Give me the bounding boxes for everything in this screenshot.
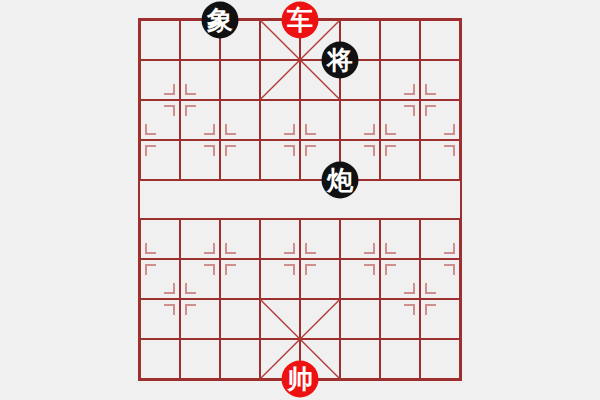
point-marker-icon [145, 145, 156, 156]
point-marker-icon [185, 105, 196, 116]
point-marker-icon [225, 124, 236, 135]
black-elephant-piece[interactable]: 象 [202, 2, 239, 39]
point-marker-icon [225, 145, 236, 156]
board-cell [140, 180, 180, 220]
point-marker-icon [385, 243, 396, 254]
point-marker-icon [225, 264, 236, 275]
point-marker-icon [385, 124, 396, 135]
point-marker-icon [145, 124, 156, 135]
point-marker-icon [145, 264, 156, 275]
red-chariot-glyph: 车 [287, 2, 313, 39]
point-marker-icon [364, 124, 375, 135]
point-marker-icon [305, 124, 316, 135]
board-cell [260, 299, 300, 339]
point-marker-icon [164, 283, 175, 294]
board-cell [340, 299, 380, 339]
point-marker-icon [305, 243, 316, 254]
point-marker-icon [185, 283, 196, 294]
point-marker-icon [364, 243, 375, 254]
point-marker-icon [204, 145, 215, 156]
red-general-piece[interactable]: 帅 [282, 361, 319, 398]
point-marker-icon [164, 84, 175, 95]
board-cell [220, 299, 260, 339]
board-cell [340, 339, 380, 379]
point-marker-icon [385, 145, 396, 156]
point-marker-icon [185, 304, 196, 315]
board-cell [180, 180, 220, 220]
point-marker-icon [364, 264, 375, 275]
black-cannon-glyph: 炮 [327, 161, 353, 198]
point-marker-icon [444, 264, 455, 275]
point-marker-icon [284, 145, 295, 156]
point-marker-icon [425, 105, 436, 116]
board-cell [180, 339, 220, 379]
board-cell [220, 339, 260, 379]
point-marker-icon [164, 105, 175, 116]
point-marker-icon [185, 84, 196, 95]
point-marker-icon [225, 243, 236, 254]
point-marker-icon [404, 283, 415, 294]
point-marker-icon [204, 243, 215, 254]
xiangqi-board [138, 18, 462, 381]
point-marker-icon [425, 84, 436, 95]
point-marker-icon [145, 243, 156, 254]
black-elephant-glyph: 象 [207, 2, 233, 39]
point-marker-icon [364, 145, 375, 156]
point-marker-icon [284, 243, 295, 254]
point-marker-icon [425, 283, 436, 294]
point-marker-icon [444, 145, 455, 156]
board-cell [380, 339, 420, 379]
board-cell [220, 60, 260, 100]
board-cell [420, 20, 460, 60]
point-marker-icon [284, 124, 295, 135]
board-cell [420, 180, 460, 220]
black-cannon-piece[interactable]: 炮 [322, 161, 359, 198]
red-chariot-piece[interactable]: 车 [282, 2, 319, 39]
red-general-glyph: 帅 [287, 361, 313, 398]
point-marker-icon [164, 304, 175, 315]
point-marker-icon [305, 145, 316, 156]
point-marker-icon [404, 304, 415, 315]
board-cell [420, 339, 460, 379]
board-cell [260, 60, 300, 100]
board-cell [140, 20, 180, 60]
point-marker-icon [284, 264, 295, 275]
point-marker-icon [204, 124, 215, 135]
point-marker-icon [404, 84, 415, 95]
xiangqi-diagram: 象车将炮帅 [0, 0, 600, 400]
point-marker-icon [425, 304, 436, 315]
point-marker-icon [305, 264, 316, 275]
point-marker-icon [404, 105, 415, 116]
point-marker-icon [444, 243, 455, 254]
black-general-glyph: 将 [327, 41, 353, 78]
board-cell [300, 299, 340, 339]
board-cell [380, 20, 420, 60]
board-cell [140, 339, 180, 379]
board-cell [260, 180, 300, 220]
board-cell [380, 180, 420, 220]
point-marker-icon [385, 264, 396, 275]
black-general-piece[interactable]: 将 [322, 41, 359, 78]
point-marker-icon [444, 124, 455, 135]
board-cell [220, 180, 260, 220]
point-marker-icon [204, 264, 215, 275]
